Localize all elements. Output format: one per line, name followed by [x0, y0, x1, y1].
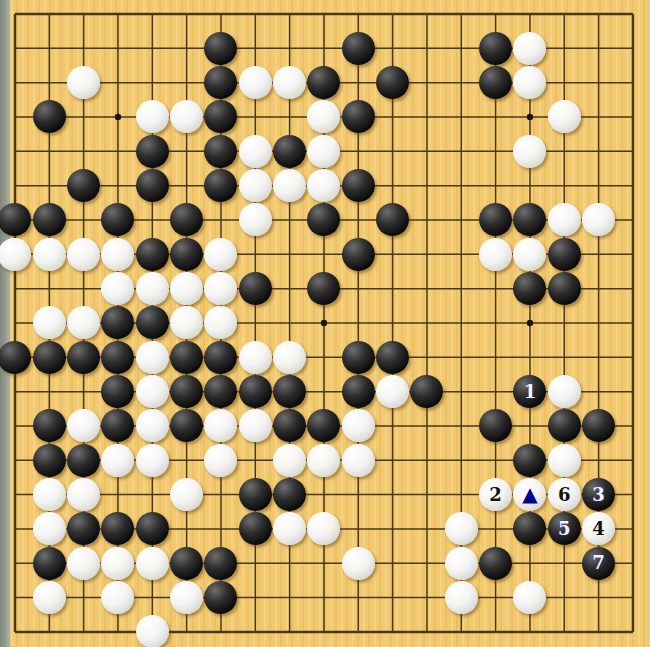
stone-white — [67, 66, 100, 99]
stone-black — [376, 341, 409, 374]
stone-white — [376, 375, 409, 408]
stone-black — [307, 66, 340, 99]
stone-black — [273, 478, 306, 511]
stone-black — [170, 375, 203, 408]
stone-black: 7 — [582, 547, 615, 580]
stone-white — [204, 409, 237, 442]
stone-white — [239, 203, 272, 236]
stone-white — [307, 100, 340, 133]
stone-white: 4 — [582, 512, 615, 545]
stone-black — [342, 32, 375, 65]
stone-white — [548, 100, 581, 133]
stone-black — [342, 238, 375, 271]
stone-black — [273, 375, 306, 408]
stone-white — [513, 581, 546, 614]
stone-white — [582, 203, 615, 236]
stone-white — [479, 238, 512, 271]
stone-black — [170, 341, 203, 374]
stone-white — [548, 203, 581, 236]
stone-white — [170, 581, 203, 614]
stone-white — [445, 512, 478, 545]
stone-black: 3 — [582, 478, 615, 511]
stone-white — [273, 444, 306, 477]
stone-white — [204, 306, 237, 339]
stone-black — [273, 135, 306, 168]
move-number-label: 7 — [592, 554, 605, 572]
stone-white — [204, 238, 237, 271]
stone-black — [33, 409, 66, 442]
move-number-label: 4 — [592, 520, 605, 538]
stone-black — [204, 100, 237, 133]
stone-black — [342, 341, 375, 374]
stone-black — [513, 512, 546, 545]
stone-white — [239, 341, 272, 374]
stone-black — [33, 341, 66, 374]
stone-white — [513, 32, 546, 65]
stone-black — [204, 135, 237, 168]
stone-white — [33, 512, 66, 545]
stone-black — [136, 238, 169, 271]
stone-white — [204, 272, 237, 305]
stone-black — [101, 375, 134, 408]
stone-black — [204, 66, 237, 99]
stone-black — [239, 478, 272, 511]
move-number-label: 3 — [592, 486, 605, 504]
stone-black — [101, 341, 134, 374]
stone-black — [204, 32, 237, 65]
stone-black — [342, 100, 375, 133]
stone-black — [548, 409, 581, 442]
stone-white — [273, 341, 306, 374]
stone-black — [33, 203, 66, 236]
stone-white — [101, 238, 134, 271]
stone-white — [239, 135, 272, 168]
stone-white: 6 — [548, 478, 581, 511]
stone-black — [136, 135, 169, 168]
stone-white — [67, 478, 100, 511]
stone-black — [170, 547, 203, 580]
move-number-label: 5 — [558, 520, 571, 538]
stone-black — [204, 581, 237, 614]
stone-black — [136, 169, 169, 202]
stone-black — [273, 409, 306, 442]
stone-white — [0, 238, 31, 271]
stone-white — [33, 238, 66, 271]
stone-white — [136, 547, 169, 580]
stone-black — [307, 203, 340, 236]
stone-white — [170, 272, 203, 305]
stone-white — [101, 272, 134, 305]
stone-black — [33, 100, 66, 133]
stone-white — [33, 581, 66, 614]
stone-white: ▲ — [513, 478, 546, 511]
stone-white — [548, 444, 581, 477]
stone-black — [0, 341, 31, 374]
stone-black — [307, 409, 340, 442]
stone-black — [67, 169, 100, 202]
stone-white — [273, 66, 306, 99]
stone-black — [239, 272, 272, 305]
stone-black — [101, 306, 134, 339]
stone-white — [307, 169, 340, 202]
stone-black — [67, 444, 100, 477]
stone-black — [479, 203, 512, 236]
stone-white: 2 — [479, 478, 512, 511]
stone-black — [136, 306, 169, 339]
move-number-label: 6 — [558, 486, 571, 504]
triangle-marker: ▲ — [522, 484, 537, 504]
stone-white — [33, 306, 66, 339]
stone-black — [307, 272, 340, 305]
stone-black — [101, 203, 134, 236]
stone-white — [170, 478, 203, 511]
stone-white — [445, 547, 478, 580]
stone-black — [170, 203, 203, 236]
stone-white — [101, 547, 134, 580]
stone-black — [479, 547, 512, 580]
stone-black — [513, 444, 546, 477]
stone-black — [410, 375, 443, 408]
stone-black — [67, 512, 100, 545]
go-game-screen: 12▲63547 — [0, 0, 650, 647]
stone-black — [204, 547, 237, 580]
stone-white — [307, 444, 340, 477]
stone-white — [170, 100, 203, 133]
stone-black — [204, 169, 237, 202]
stone-black — [582, 409, 615, 442]
stone-white — [307, 135, 340, 168]
stone-white — [136, 100, 169, 133]
go-board[interactable]: 12▲63547 — [0, 0, 650, 647]
stone-black — [33, 444, 66, 477]
stone-white — [239, 66, 272, 99]
stone-white — [342, 547, 375, 580]
stone-black — [33, 547, 66, 580]
stone-white — [136, 615, 169, 647]
stone-white — [239, 169, 272, 202]
stone-white — [136, 409, 169, 442]
stone-white — [342, 444, 375, 477]
stone-black — [101, 512, 134, 545]
stone-white — [101, 581, 134, 614]
stone-black — [513, 272, 546, 305]
stone-black — [239, 375, 272, 408]
stone-white — [33, 478, 66, 511]
stone-black — [239, 512, 272, 545]
move-number-label: 1 — [524, 383, 537, 401]
stone-black — [479, 66, 512, 99]
stone-white — [445, 581, 478, 614]
stone-white — [342, 409, 375, 442]
stone-white — [136, 341, 169, 374]
stone-black — [513, 203, 546, 236]
stone-white — [273, 512, 306, 545]
stone-black — [479, 32, 512, 65]
stone-white — [239, 409, 272, 442]
stone-white — [170, 306, 203, 339]
stone-black — [101, 409, 134, 442]
stone-white — [548, 375, 581, 408]
stone-white — [67, 547, 100, 580]
stone-white — [136, 375, 169, 408]
stone-black — [136, 512, 169, 545]
stone-black — [204, 341, 237, 374]
stone-black — [376, 203, 409, 236]
stone-black — [0, 203, 31, 236]
stone-white — [204, 444, 237, 477]
stone-white — [67, 409, 100, 442]
stone-black — [204, 375, 237, 408]
stone-black — [376, 66, 409, 99]
stone-white — [67, 306, 100, 339]
stone-black: 5 — [548, 512, 581, 545]
stone-black — [342, 169, 375, 202]
stone-white — [101, 444, 134, 477]
stone-black — [170, 238, 203, 271]
stone-white — [513, 66, 546, 99]
stone-black — [342, 375, 375, 408]
move-number-label: 2 — [489, 486, 502, 504]
stone-white — [307, 512, 340, 545]
stone-black: 1 — [513, 375, 546, 408]
stone-black — [548, 238, 581, 271]
stone-black — [170, 409, 203, 442]
stone-white — [273, 169, 306, 202]
stone-black — [479, 409, 512, 442]
stone-white — [136, 272, 169, 305]
stone-black — [67, 341, 100, 374]
stone-white — [136, 444, 169, 477]
stone-white — [513, 238, 546, 271]
stone-white — [67, 238, 100, 271]
stone-black — [548, 272, 581, 305]
stone-white — [513, 135, 546, 168]
